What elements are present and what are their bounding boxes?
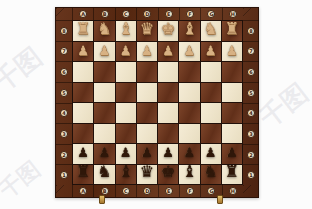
square-e8[interactable]: ♚ (158, 21, 178, 41)
piece-light-bishop[interactable]: ♝ (182, 21, 196, 37)
piece-dark-pawn[interactable]: ♟ (77, 146, 89, 159)
square-h7[interactable]: ♟ (222, 42, 242, 62)
coord-label-7-left: 7 (60, 47, 68, 55)
square-c8[interactable]: ♝ (116, 21, 136, 41)
coord-label-3-right: 3 (247, 130, 255, 138)
frame-panel: A (72, 185, 93, 197)
square-b2[interactable]: ♟ (94, 144, 114, 164)
piece-dark-pawn[interactable]: ♟ (99, 146, 111, 159)
coord-label-6-left: 6 (60, 68, 68, 76)
piece-light-rook[interactable]: ♜ (76, 21, 90, 37)
square-e3[interactable] (158, 124, 178, 144)
square-c2[interactable]: ♟ (116, 144, 136, 164)
frame-panel: 1 (56, 164, 72, 185)
frame-corner (243, 185, 259, 197)
frame-panel: 7 (243, 41, 259, 62)
square-a3[interactable] (73, 124, 93, 144)
piece-light-pawn[interactable]: ♟ (141, 44, 153, 57)
coord-label-1-right: 1 (247, 171, 255, 179)
piece-light-king[interactable]: ♚ (161, 21, 175, 37)
piece-light-knight[interactable]: ♞ (97, 21, 111, 37)
chess-board: ABCDEFGH ABCDEFGH 87654321 87654321 ♜♞♝♛… (55, 7, 259, 198)
square-c4[interactable] (116, 103, 136, 123)
coord-label-4-left: 4 (60, 109, 68, 117)
square-d8[interactable]: ♛ (137, 21, 157, 41)
square-h5[interactable] (222, 83, 242, 103)
square-f8[interactable]: ♝ (179, 21, 199, 41)
square-f5[interactable] (179, 83, 199, 103)
piece-light-pawn[interactable]: ♟ (162, 44, 174, 57)
piece-dark-rook[interactable]: ♜ (225, 164, 239, 180)
square-b7[interactable]: ♟ (94, 42, 114, 62)
square-h6[interactable] (222, 62, 242, 82)
brass-hinge-icon (217, 195, 223, 204)
coord-label-7-right: 7 (247, 47, 255, 55)
square-c5[interactable] (116, 83, 136, 103)
square-h3[interactable] (222, 124, 242, 144)
coord-label-b-bottom: B (101, 187, 109, 195)
square-d4[interactable] (137, 103, 157, 123)
coord-label-e-bottom: E (165, 187, 173, 195)
coord-label-5-left: 5 (60, 89, 68, 97)
frame-panel: 1 (243, 164, 259, 185)
square-e7[interactable]: ♟ (158, 42, 178, 62)
square-c3[interactable] (116, 124, 136, 144)
square-e4[interactable] (158, 103, 178, 123)
square-a2[interactable]: ♟ (73, 144, 93, 164)
piece-light-pawn[interactable]: ♟ (205, 44, 217, 57)
square-h1[interactable]: ♜ (222, 165, 242, 185)
rank-labels-left: 87654321 (56, 20, 72, 185)
square-b3[interactable] (94, 124, 114, 144)
square-f7[interactable]: ♟ (179, 42, 199, 62)
square-b8[interactable]: ♞ (94, 21, 114, 41)
square-d1[interactable]: ♛ (137, 165, 157, 185)
square-c7[interactable]: ♟ (116, 42, 136, 62)
coord-label-5-right: 5 (247, 89, 255, 97)
square-b6[interactable] (94, 62, 114, 82)
square-a6[interactable] (73, 62, 93, 82)
frame-panel: F (179, 185, 200, 197)
square-a4[interactable] (73, 103, 93, 123)
square-d3[interactable] (137, 124, 157, 144)
frame-corner (56, 185, 72, 197)
piece-dark-rook[interactable]: ♜ (76, 164, 90, 180)
square-a8[interactable]: ♜ (73, 21, 93, 41)
frame-corner (243, 8, 259, 20)
square-e5[interactable] (158, 83, 178, 103)
coord-label-g-top: G (207, 10, 215, 18)
watermark: 千图 (253, 76, 312, 136)
coord-label-c-bottom: C (122, 187, 130, 195)
square-e1[interactable]: ♚ (158, 165, 178, 185)
piece-dark-knight[interactable]: ♞ (97, 164, 111, 180)
coord-label-6-right: 6 (247, 68, 255, 76)
coord-label-3-left: 3 (60, 130, 68, 138)
piece-dark-queen[interactable]: ♛ (140, 164, 154, 180)
frame-panel: H (222, 185, 243, 197)
square-g2[interactable]: ♟ (201, 144, 221, 164)
frame-panel: C (115, 185, 136, 197)
frame-panel: 5 (56, 82, 72, 103)
coord-label-8-right: 8 (247, 27, 255, 35)
square-e6[interactable] (158, 62, 178, 82)
board-grid: ♜♞♝♛♚♝♞♜♟♟♟♟♟♟♟♟♟♟♟♟♟♟♟♟♜♞♝♛♚♝♞♜ (72, 20, 243, 185)
coord-label-a-bottom: A (79, 187, 87, 195)
square-h2[interactable]: ♟ (222, 144, 242, 164)
piece-dark-pawn[interactable]: ♟ (120, 146, 132, 159)
square-f1[interactable]: ♝ (179, 165, 199, 185)
square-f4[interactable] (179, 103, 199, 123)
coord-label-g-bottom: G (207, 187, 215, 195)
piece-dark-knight[interactable]: ♞ (203, 164, 217, 180)
frame-panel: 8 (243, 20, 259, 41)
frame-panel: 6 (243, 61, 259, 82)
coord-label-4-right: 4 (247, 109, 255, 117)
product-photo: 千图 千图 千图 ABCDEFGH ABCDEFGH 87654321 8765… (0, 0, 312, 209)
square-g6[interactable] (201, 62, 221, 82)
square-f3[interactable] (179, 124, 199, 144)
square-f2[interactable]: ♟ (179, 144, 199, 164)
frame-panel: 7 (56, 41, 72, 62)
frame-panel: 2 (56, 144, 72, 165)
watermark: 千图 (0, 40, 49, 100)
square-a7[interactable]: ♟ (73, 42, 93, 62)
frame-panel: E (158, 185, 179, 197)
frame-panel: 6 (56, 61, 72, 82)
rank-labels-right: 87654321 (243, 20, 259, 185)
coord-label-1-left: 1 (60, 171, 68, 179)
frame-panel: 4 (243, 103, 259, 124)
coord-label-b-top: B (101, 10, 109, 18)
frame-corner (56, 8, 72, 20)
piece-light-rook[interactable]: ♜ (225, 21, 239, 37)
piece-light-pawn[interactable]: ♟ (120, 44, 132, 57)
piece-dark-pawn[interactable]: ♟ (205, 146, 217, 159)
square-g5[interactable] (201, 83, 221, 103)
coord-label-c-top: C (122, 10, 130, 18)
square-b5[interactable] (94, 83, 114, 103)
coord-label-d-top: D (143, 10, 151, 18)
piece-light-knight[interactable]: ♞ (203, 21, 217, 37)
frame-panel: 5 (243, 82, 259, 103)
frame-panel: 3 (56, 123, 72, 144)
coord-label-a-top: A (79, 10, 87, 18)
piece-light-pawn[interactable]: ♟ (99, 44, 111, 57)
frame-panel: D (136, 185, 157, 197)
square-h4[interactable] (222, 103, 242, 123)
square-g7[interactable]: ♟ (201, 42, 221, 62)
piece-dark-king[interactable]: ♚ (161, 164, 175, 180)
square-d6[interactable] (137, 62, 157, 82)
coord-label-2-right: 2 (247, 151, 255, 159)
piece-light-queen[interactable]: ♛ (140, 21, 154, 37)
coord-label-f-top: F (186, 10, 194, 18)
coord-label-2-left: 2 (60, 151, 68, 159)
square-a1[interactable]: ♜ (73, 165, 93, 185)
coord-label-d-bottom: D (143, 187, 151, 195)
frame-panel: 8 (56, 20, 72, 41)
piece-light-bishop[interactable]: ♝ (118, 21, 132, 37)
piece-dark-bishop[interactable]: ♝ (182, 164, 196, 180)
coord-label-e-top: E (165, 10, 173, 18)
square-d2[interactable]: ♟ (137, 144, 157, 164)
square-d5[interactable] (137, 83, 157, 103)
piece-dark-bishop[interactable]: ♝ (118, 164, 132, 180)
frame-panel: 4 (56, 103, 72, 124)
square-g1[interactable]: ♞ (201, 165, 221, 185)
coord-label-h-top: H (229, 10, 237, 18)
coord-label-8-left: 8 (60, 27, 68, 35)
square-g3[interactable] (201, 124, 221, 144)
frame-panel: 2 (243, 144, 259, 165)
frame-panel: 3 (243, 123, 259, 144)
square-c1[interactable]: ♝ (116, 165, 136, 185)
square-f6[interactable] (179, 62, 199, 82)
square-g4[interactable] (201, 103, 221, 123)
square-e2[interactable]: ♟ (158, 144, 178, 164)
square-h8[interactable]: ♜ (222, 21, 242, 41)
piece-light-pawn[interactable]: ♟ (226, 44, 238, 57)
piece-dark-pawn[interactable]: ♟ (226, 146, 238, 159)
brass-hinge-icon (99, 195, 105, 204)
piece-dark-pawn[interactable]: ♟ (162, 146, 174, 159)
coord-label-f-bottom: F (186, 187, 194, 195)
piece-light-pawn[interactable]: ♟ (184, 44, 196, 57)
square-g8[interactable]: ♞ (201, 21, 221, 41)
square-d7[interactable]: ♟ (137, 42, 157, 62)
square-b4[interactable] (94, 103, 114, 123)
square-a5[interactable] (73, 83, 93, 103)
piece-dark-pawn[interactable]: ♟ (184, 146, 196, 159)
coord-label-h-bottom: H (229, 187, 237, 195)
watermark: 千图 (0, 155, 47, 206)
square-c6[interactable] (116, 62, 136, 82)
piece-dark-pawn[interactable]: ♟ (141, 146, 153, 159)
square-b1[interactable]: ♞ (94, 165, 114, 185)
piece-light-pawn[interactable]: ♟ (77, 44, 89, 57)
